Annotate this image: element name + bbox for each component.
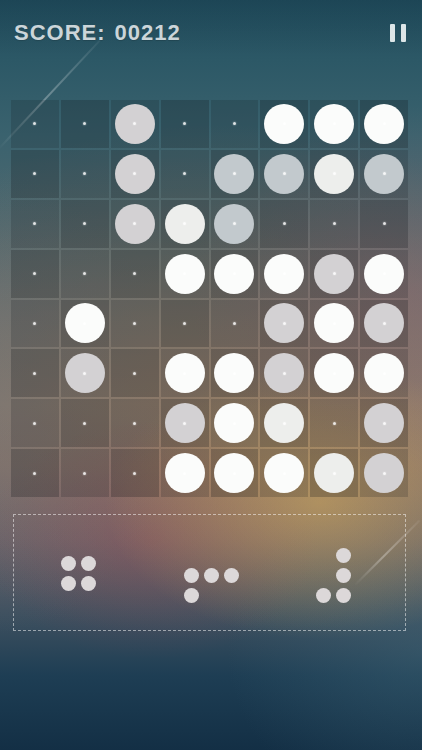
game-screen: SCORE:00212 (0, 0, 422, 750)
piece-dot-slot (58, 553, 78, 573)
cell-center-dot (383, 472, 386, 475)
cell-center-dot (183, 372, 186, 375)
cell-center-dot (83, 422, 86, 425)
cell-r6c6[interactable] (260, 349, 308, 397)
cell-r1c7[interactable] (310, 100, 358, 148)
cell-r6c3[interactable] (111, 349, 159, 397)
cell-center-dot (83, 472, 86, 475)
cell-center-dot (33, 422, 36, 425)
piece-dot (336, 568, 351, 583)
cell-center-dot (183, 422, 186, 425)
cell-center-dot (133, 472, 136, 475)
cell-center-dot (183, 322, 186, 325)
cell-r8c1[interactable] (11, 449, 59, 497)
piece-dot-slot (58, 573, 78, 593)
piece-dot (61, 556, 76, 571)
cell-center-dot (283, 222, 286, 225)
cell-r5c8[interactable] (360, 300, 408, 348)
cell-r3c6[interactable] (260, 200, 308, 248)
cell-r3c7[interactable] (310, 200, 358, 248)
cell-center-dot (233, 272, 236, 275)
cell-r7c5[interactable] (211, 399, 259, 447)
cell-r5c3[interactable] (111, 300, 159, 348)
cell-center-dot (83, 222, 86, 225)
cell-r4c6[interactable] (260, 250, 308, 298)
piece-dot-slot (333, 565, 353, 585)
cell-center-dot (333, 272, 336, 275)
cell-center-dot (283, 472, 286, 475)
tray-piece-j-piece-rotated[interactable] (313, 545, 353, 605)
cell-r5c5[interactable] (211, 300, 259, 348)
cell-center-dot (383, 372, 386, 375)
cell-r6c1[interactable] (11, 349, 59, 397)
cell-r5c7[interactable] (310, 300, 358, 348)
cell-center-dot (33, 222, 36, 225)
cell-center-dot (383, 272, 386, 275)
cell-r3c4[interactable] (161, 200, 209, 248)
cell-center-dot (333, 422, 336, 425)
cell-r3c1[interactable] (11, 200, 59, 248)
cell-r4c4[interactable] (161, 250, 209, 298)
cell-r5c4[interactable] (161, 300, 209, 348)
cell-center-dot (133, 272, 136, 275)
cell-center-dot (333, 222, 336, 225)
cell-r4c5[interactable] (211, 250, 259, 298)
cell-r3c2[interactable] (61, 200, 109, 248)
cell-center-dot (233, 422, 236, 425)
cell-r6c5[interactable] (211, 349, 259, 397)
cell-center-dot (383, 322, 386, 325)
piece-dot (184, 588, 199, 603)
cell-r1c2[interactable] (61, 100, 109, 148)
cell-center-dot (383, 172, 386, 175)
cell-center-dot (33, 372, 36, 375)
piece-dot-slot (181, 565, 201, 585)
cell-r8c5[interactable] (211, 449, 259, 497)
cell-center-dot (83, 272, 86, 275)
cell-center-dot (83, 172, 86, 175)
cell-center-dot (33, 272, 36, 275)
cell-r8c3[interactable] (111, 449, 159, 497)
piece-empty-slot (201, 585, 221, 605)
piece-dot (81, 556, 96, 571)
cell-center-dot (183, 122, 186, 125)
cell-center-dot (383, 422, 386, 425)
piece-dot (61, 576, 76, 591)
cell-r1c3[interactable] (111, 100, 159, 148)
cell-r4c1[interactable] (11, 250, 59, 298)
tray-piece-j-piece[interactable] (181, 565, 241, 605)
piece-dot (336, 588, 351, 603)
cell-r2c5[interactable] (211, 150, 259, 198)
cell-r5c1[interactable] (11, 300, 59, 348)
cell-r7c1[interactable] (11, 399, 59, 447)
cell-center-dot (233, 122, 236, 125)
cell-r1c8[interactable] (360, 100, 408, 148)
cell-r7c4[interactable] (161, 399, 209, 447)
cell-r5c2[interactable] (61, 300, 109, 348)
cell-r1c1[interactable] (11, 100, 59, 148)
piece-dot-slot (333, 545, 353, 565)
piece-dot-slot (221, 565, 241, 585)
piece-dot (204, 568, 219, 583)
cell-center-dot (283, 272, 286, 275)
pause-button[interactable] (388, 20, 408, 46)
cell-r1c6[interactable] (260, 100, 308, 148)
cell-r7c3[interactable] (111, 399, 159, 447)
top-hud: SCORE:00212 (0, 0, 422, 56)
piece-dot (336, 548, 351, 563)
cell-center-dot (233, 472, 236, 475)
cell-r1c5[interactable] (211, 100, 259, 148)
cell-r5c6[interactable] (260, 300, 308, 348)
cell-r3c8[interactable] (360, 200, 408, 248)
cell-r4c3[interactable] (111, 250, 159, 298)
piece-dot-slot (313, 585, 333, 605)
cell-center-dot (383, 222, 386, 225)
piece-dot (224, 568, 239, 583)
cell-center-dot (233, 372, 236, 375)
cell-r3c3[interactable] (111, 200, 159, 248)
cell-r2c8[interactable] (360, 150, 408, 198)
piece-empty-slot (313, 565, 333, 585)
cell-r2c7[interactable] (310, 150, 358, 198)
piece-dot-slot (78, 553, 98, 573)
pause-icon (390, 24, 395, 42)
cell-center-dot (33, 472, 36, 475)
cell-r1c4[interactable] (161, 100, 209, 148)
cell-center-dot (233, 322, 236, 325)
cell-center-dot (283, 322, 286, 325)
score-label: SCORE: (14, 20, 106, 45)
cell-center-dot (33, 322, 36, 325)
cell-center-dot (133, 422, 136, 425)
cell-r7c8[interactable] (360, 399, 408, 447)
cell-center-dot (33, 172, 36, 175)
cell-r2c4[interactable] (161, 150, 209, 198)
board (11, 100, 408, 497)
score-display: SCORE:00212 (14, 20, 181, 46)
cell-r4c8[interactable] (360, 250, 408, 298)
cell-r7c6[interactable] (260, 399, 308, 447)
piece-tray (13, 514, 406, 631)
cell-r2c3[interactable] (111, 150, 159, 198)
piece-dot (81, 576, 96, 591)
cell-r6c2[interactable] (61, 349, 109, 397)
cell-r2c6[interactable] (260, 150, 308, 198)
cell-center-dot (333, 472, 336, 475)
score-value: 00212 (115, 20, 181, 45)
cell-r6c8[interactable] (360, 349, 408, 397)
cell-r6c7[interactable] (310, 349, 358, 397)
piece-dot (316, 588, 331, 603)
cell-r8c7[interactable] (310, 449, 358, 497)
piece-dot-slot (333, 585, 353, 605)
cell-r7c7[interactable] (310, 399, 358, 447)
cell-center-dot (283, 372, 286, 375)
cell-r6c4[interactable] (161, 349, 209, 397)
cell-center-dot (133, 372, 136, 375)
cell-r4c2[interactable] (61, 250, 109, 298)
cell-center-dot (133, 322, 136, 325)
piece-empty-slot (221, 585, 241, 605)
cell-r2c1[interactable] (11, 150, 59, 198)
cell-r4c7[interactable] (310, 250, 358, 298)
cell-r8c6[interactable] (260, 449, 308, 497)
cell-center-dot (283, 422, 286, 425)
piece-empty-slot (313, 545, 333, 565)
cell-r8c4[interactable] (161, 449, 209, 497)
pause-icon (401, 24, 406, 42)
cell-center-dot (183, 172, 186, 175)
cell-center-dot (33, 122, 36, 125)
piece-dot-slot (201, 565, 221, 585)
cell-center-dot (183, 472, 186, 475)
tray-piece-square-2x2[interactable] (58, 553, 98, 593)
cell-center-dot (333, 322, 336, 325)
cell-r7c2[interactable] (61, 399, 109, 447)
cell-r3c5[interactable] (211, 200, 259, 248)
cell-center-dot (83, 122, 86, 125)
cell-center-dot (333, 372, 336, 375)
piece-dot-slot (78, 573, 98, 593)
cell-r2c2[interactable] (61, 150, 109, 198)
cell-r8c8[interactable] (360, 449, 408, 497)
cell-r8c2[interactable] (61, 449, 109, 497)
piece-dot-slot (181, 585, 201, 605)
piece-dot (184, 568, 199, 583)
